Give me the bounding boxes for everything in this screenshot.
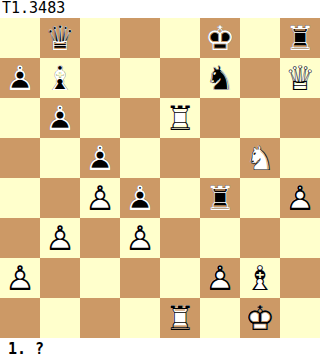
square-c4[interactable]: ♟♙ [80, 178, 120, 218]
square-d4[interactable]: ♟♙ [120, 178, 160, 218]
square-a6[interactable] [0, 98, 40, 138]
white-pawn-fill: ♟ [40, 218, 80, 258]
black-rook-icon: ♖ [200, 178, 240, 218]
black-pawn-fill: ♟ [40, 98, 80, 138]
square-f2[interactable]: ♟♙ [200, 258, 240, 298]
white-pawn-fill: ♟ [80, 178, 120, 218]
black-rook-fill: ♜ [200, 178, 240, 218]
square-c1[interactable] [80, 298, 120, 338]
square-b8[interactable]: ♛♕ [40, 18, 80, 58]
black-pawn-fill: ♟ [80, 138, 120, 178]
square-c5[interactable]: ♟♙ [80, 138, 120, 178]
white-pawn-icon: ♙ [80, 178, 120, 218]
black-king-icon: ♔ [200, 18, 240, 58]
square-d1[interactable] [120, 298, 160, 338]
white-queen-icon: ♕ [280, 58, 320, 98]
square-c3[interactable] [80, 218, 120, 258]
white-pawn-fill: ♟ [280, 178, 320, 218]
square-f8[interactable]: ♚♔ [200, 18, 240, 58]
square-c2[interactable] [80, 258, 120, 298]
white-pawn-fill: ♟ [0, 258, 40, 298]
white-rook-icon: ♖ [160, 98, 200, 138]
black-pawn-icon: ♙ [40, 98, 80, 138]
square-h2[interactable] [280, 258, 320, 298]
white-rook-fill: ♜ [160, 298, 200, 338]
square-a7[interactable]: ♟♙ [0, 58, 40, 98]
black-queen-fill: ♛ [40, 18, 80, 58]
white-bishop-icon: ♗ [240, 258, 280, 298]
white-bishop-fill: ♝ [240, 258, 280, 298]
white-pawn-icon: ♙ [120, 218, 160, 258]
square-d6[interactable] [120, 98, 160, 138]
square-a1[interactable] [0, 298, 40, 338]
square-e8[interactable] [160, 18, 200, 58]
black-pawn-fill: ♟ [0, 58, 40, 98]
square-g3[interactable] [240, 218, 280, 258]
square-h7[interactable]: ♛♕ [280, 58, 320, 98]
square-g2[interactable]: ♝♗ [240, 258, 280, 298]
white-pawn-icon: ♙ [280, 178, 320, 218]
square-d5[interactable] [120, 138, 160, 178]
black-rook-icon: ♖ [280, 18, 320, 58]
square-g7[interactable] [240, 58, 280, 98]
square-h5[interactable] [280, 138, 320, 178]
square-e5[interactable] [160, 138, 200, 178]
black-pawn-icon: ♙ [0, 58, 40, 98]
chess-puzzle-window: T1.3483 ♛♕♚♔♜♖♟♙♝♗♞♘♛♕♟♙♜♖♟♙♞♘♟♙♟♙♜♖♟♙♟♙… [0, 0, 320, 360]
square-g8[interactable] [240, 18, 280, 58]
black-bishop-icon: ♗ [40, 58, 80, 98]
white-pawn-icon: ♙ [40, 218, 80, 258]
move-prompt: 1. ? [0, 338, 320, 360]
black-queen-icon: ♕ [40, 18, 80, 58]
black-rook-fill: ♜ [280, 18, 320, 58]
white-rook-fill: ♜ [160, 98, 200, 138]
square-a5[interactable] [0, 138, 40, 178]
square-h1[interactable] [280, 298, 320, 338]
square-h3[interactable] [280, 218, 320, 258]
white-pawn-fill: ♟ [200, 258, 240, 298]
square-b3[interactable]: ♟♙ [40, 218, 80, 258]
square-f4[interactable]: ♜♖ [200, 178, 240, 218]
puzzle-title: T1.3483 [0, 0, 320, 18]
square-e6[interactable]: ♜♖ [160, 98, 200, 138]
white-rook-icon: ♖ [160, 298, 200, 338]
square-e1[interactable]: ♜♖ [160, 298, 200, 338]
square-b1[interactable] [40, 298, 80, 338]
black-knight-fill: ♞ [200, 58, 240, 98]
black-knight-icon: ♘ [200, 58, 240, 98]
square-h6[interactable] [280, 98, 320, 138]
square-f1[interactable] [200, 298, 240, 338]
square-e7[interactable] [160, 58, 200, 98]
square-a4[interactable] [0, 178, 40, 218]
white-king-icon: ♔ [240, 298, 280, 338]
white-king-fill: ♚ [240, 298, 280, 338]
square-e2[interactable] [160, 258, 200, 298]
square-b2[interactable] [40, 258, 80, 298]
square-f6[interactable] [200, 98, 240, 138]
square-g6[interactable] [240, 98, 280, 138]
white-queen-fill: ♛ [280, 58, 320, 98]
square-d3[interactable]: ♟♙ [120, 218, 160, 258]
square-f7[interactable]: ♞♘ [200, 58, 240, 98]
square-d7[interactable] [120, 58, 160, 98]
white-pawn-icon: ♙ [0, 258, 40, 298]
square-g5[interactable]: ♞♘ [240, 138, 280, 178]
white-knight-fill: ♞ [240, 138, 280, 178]
square-g4[interactable] [240, 178, 280, 218]
square-f5[interactable] [200, 138, 240, 178]
white-pawn-icon: ♙ [200, 258, 240, 298]
square-e4[interactable] [160, 178, 200, 218]
black-bishop-fill: ♝ [40, 58, 80, 98]
square-a2[interactable]: ♟♙ [0, 258, 40, 298]
square-c7[interactable] [80, 58, 120, 98]
square-h8[interactable]: ♜♖ [280, 18, 320, 58]
square-h4[interactable]: ♟♙ [280, 178, 320, 218]
black-king-fill: ♚ [200, 18, 240, 58]
black-pawn-icon: ♙ [80, 138, 120, 178]
square-g1[interactable]: ♚♔ [240, 298, 280, 338]
white-pawn-fill: ♟ [120, 218, 160, 258]
black-pawn-fill: ♟ [120, 178, 160, 218]
square-e3[interactable] [160, 218, 200, 258]
square-d2[interactable] [120, 258, 160, 298]
white-knight-icon: ♘ [240, 138, 280, 178]
square-d8[interactable] [120, 18, 160, 58]
square-c8[interactable] [80, 18, 120, 58]
square-f3[interactable] [200, 218, 240, 258]
black-pawn-icon: ♙ [120, 178, 160, 218]
square-b7[interactable]: ♝♗ [40, 58, 80, 98]
chess-board: ♛♕♚♔♜♖♟♙♝♗♞♘♛♕♟♙♜♖♟♙♞♘♟♙♟♙♜♖♟♙♟♙♟♙♟♙♟♙♝♗… [0, 18, 320, 338]
square-b4[interactable] [40, 178, 80, 218]
square-c6[interactable] [80, 98, 120, 138]
square-a8[interactable] [0, 18, 40, 58]
square-a3[interactable] [0, 218, 40, 258]
square-b5[interactable] [40, 138, 80, 178]
square-b6[interactable]: ♟♙ [40, 98, 80, 138]
